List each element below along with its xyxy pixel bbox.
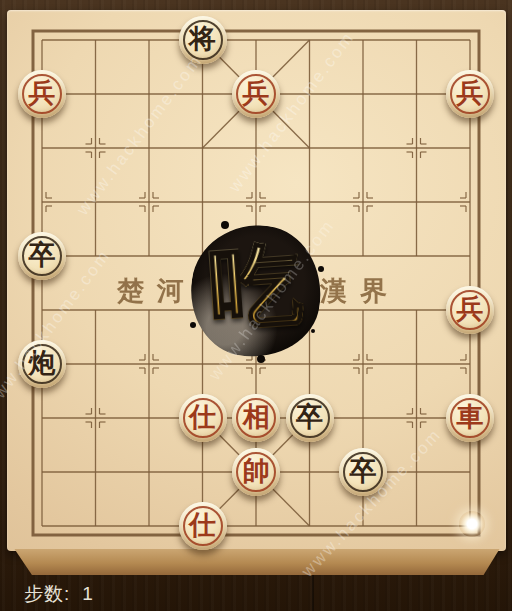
ink-splatter-dots <box>191 225 199 233</box>
piece-character: 兵 <box>243 80 270 107</box>
app-screen: 楚河 漢界 将兵兵兵卒兵炮仕相卒車帥卒仕 吃 www.hackhome.com … <box>0 0 512 611</box>
destination-hint-dot[interactable] <box>459 511 485 537</box>
piece-character: 卒 <box>296 404 323 431</box>
piece-red-soldier[interactable]: 兵 <box>18 70 66 118</box>
piece-red-soldier[interactable]: 兵 <box>446 70 494 118</box>
move-counter: 步数: 1 <box>24 581 94 607</box>
piece-character: 兵 <box>457 80 484 107</box>
piece-red-soldier[interactable]: 兵 <box>446 286 494 334</box>
piece-red-soldier[interactable]: 兵 <box>232 70 280 118</box>
piece-character: 兵 <box>29 80 56 107</box>
piece-character: 車 <box>457 404 484 431</box>
piece-red-advisor[interactable]: 仕 <box>179 394 227 442</box>
piece-character: 兵 <box>457 296 484 323</box>
piece-character: 仕 <box>189 512 216 539</box>
piece-black-soldier[interactable]: 卒 <box>18 232 66 280</box>
move-counter-value: 1 <box>82 583 94 605</box>
board-front-edge <box>7 549 506 575</box>
piece-red-chariot[interactable]: 車 <box>446 394 494 442</box>
river-label-hanjie: 漢界 <box>320 273 400 309</box>
piece-character: 帥 <box>243 458 270 485</box>
piece-character: 卒 <box>29 242 56 269</box>
piece-black-cannon[interactable]: 炮 <box>18 340 66 388</box>
river-label-chuhe: 楚河 <box>117 273 197 309</box>
piece-black-general[interactable]: 将 <box>179 16 227 64</box>
capture-effect: 吃 <box>191 225 321 357</box>
capture-text: 吃 <box>207 238 305 336</box>
piece-character: 相 <box>243 404 270 431</box>
piece-character: 炮 <box>29 350 56 377</box>
move-counter-label: 步数: <box>24 581 70 607</box>
piece-red-general[interactable]: 帥 <box>232 448 280 496</box>
piece-character: 仕 <box>189 404 216 431</box>
piece-red-elephant[interactable]: 相 <box>232 394 280 442</box>
piece-character: 将 <box>189 26 216 53</box>
piece-character: 卒 <box>350 458 377 485</box>
piece-red-advisor[interactable]: 仕 <box>179 502 227 550</box>
piece-black-soldier[interactable]: 卒 <box>286 394 334 442</box>
piece-black-soldier[interactable]: 卒 <box>339 448 387 496</box>
